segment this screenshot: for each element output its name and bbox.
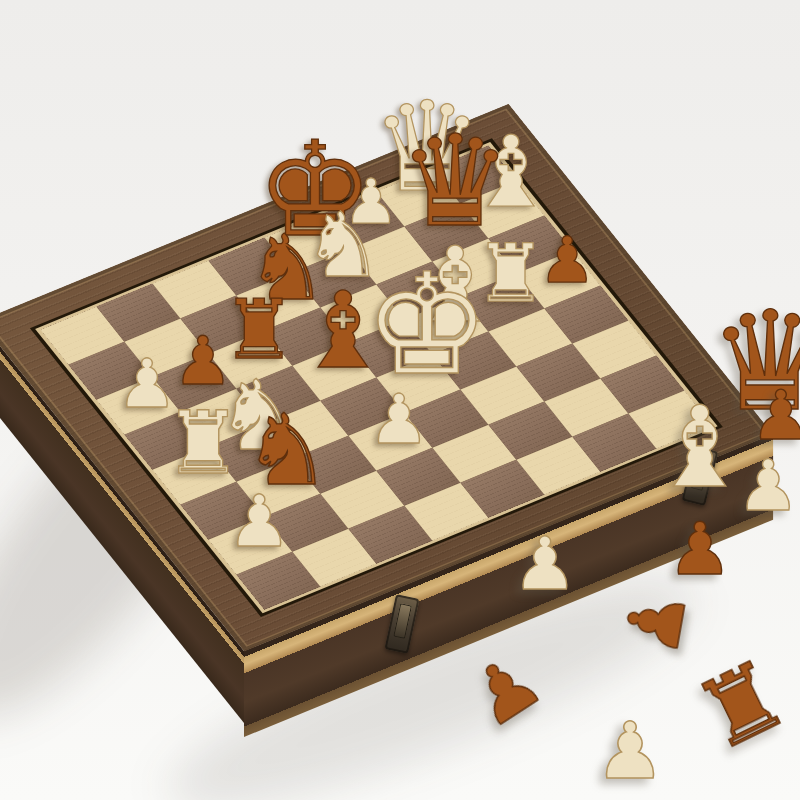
latch-bar-icon <box>691 455 711 491</box>
folding-chess-box <box>0 0 800 800</box>
chessboard-top <box>0 104 773 651</box>
product-photo-scene: ♚♟♛♞♞♛♝♟♟♜♝♝♜♟♜♞♚♞♟♟♛♟♝♟♟♟♟♟♟♜ <box>0 0 800 800</box>
latch-bar-icon <box>393 603 412 639</box>
